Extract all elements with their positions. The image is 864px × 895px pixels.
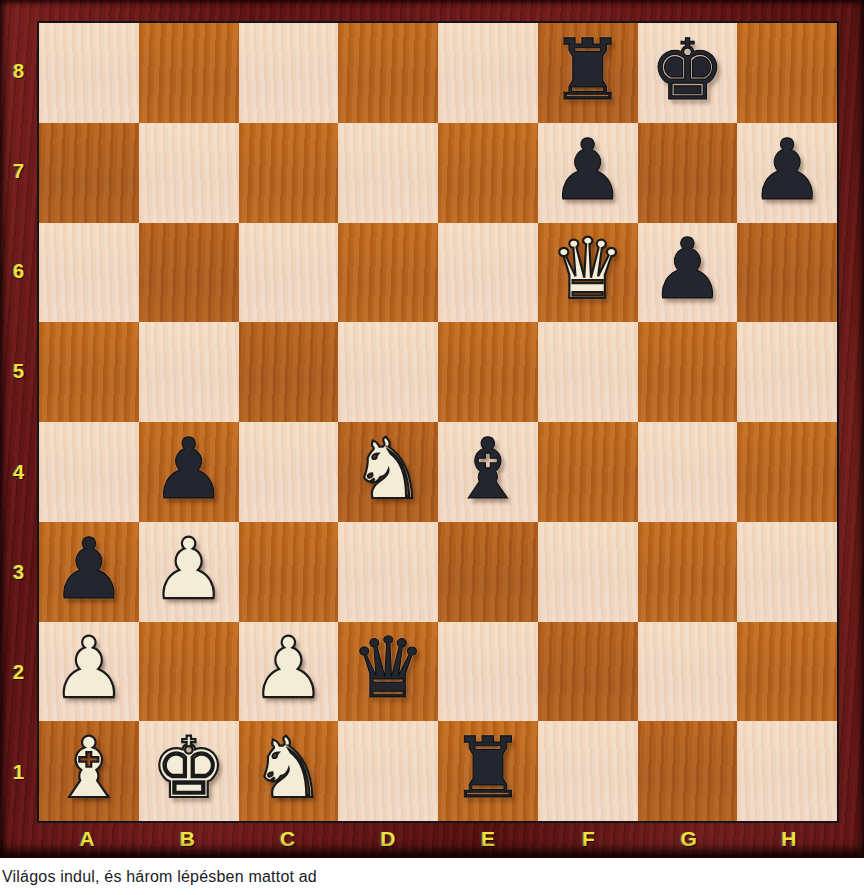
piece-black-rook-f8[interactable]: ♜ xyxy=(550,28,625,112)
rank-label-3: 3 xyxy=(0,522,37,622)
square-c6[interactable] xyxy=(239,223,339,323)
square-b3[interactable]: ♟ xyxy=(139,522,239,622)
square-g6[interactable]: ♟ xyxy=(638,223,738,323)
square-a8[interactable] xyxy=(39,23,139,123)
square-b5[interactable] xyxy=(139,322,239,422)
square-h6[interactable] xyxy=(737,223,837,323)
square-c5[interactable] xyxy=(239,322,339,422)
piece-white-bishop-a1[interactable]: ♝ xyxy=(51,726,126,810)
square-d8[interactable] xyxy=(338,23,438,123)
piece-white-pawn-c2[interactable]: ♟ xyxy=(251,626,326,710)
square-d3[interactable] xyxy=(338,522,438,622)
rank-label-7: 7 xyxy=(0,121,37,221)
file-label-a: A xyxy=(37,823,137,855)
square-h5[interactable] xyxy=(737,322,837,422)
file-label-h: H xyxy=(739,823,839,855)
piece-white-pawn-a2[interactable]: ♟ xyxy=(51,626,126,710)
file-label-e: E xyxy=(438,823,538,855)
square-f5[interactable] xyxy=(538,322,638,422)
square-d7[interactable] xyxy=(338,123,438,223)
piece-white-knight-d4[interactable]: ♞ xyxy=(350,427,425,511)
piece-white-queen-f6[interactable]: ♛ xyxy=(550,227,625,311)
square-a2[interactable]: ♟ xyxy=(39,622,139,722)
piece-white-knight-c1[interactable]: ♞ xyxy=(251,726,326,810)
square-f6[interactable]: ♛ xyxy=(538,223,638,323)
square-c2[interactable]: ♟ xyxy=(239,622,339,722)
piece-black-pawn-g6[interactable]: ♟ xyxy=(650,227,725,311)
square-h4[interactable] xyxy=(737,422,837,522)
chess-puzzle-page: 87654321 ♜♚♟♟♛♟♟♞♝♟♟♟♟♛♝♚♞♜ ABCDEFGH Vil… xyxy=(0,0,864,895)
square-e7[interactable] xyxy=(438,123,538,223)
square-h7[interactable]: ♟ xyxy=(737,123,837,223)
chess-board: ♜♚♟♟♛♟♟♞♝♟♟♟♟♛♝♚♞♜ xyxy=(37,21,839,823)
square-b4[interactable]: ♟ xyxy=(139,422,239,522)
rank-label-1: 1 xyxy=(0,723,37,823)
piece-black-bishop-e4[interactable]: ♝ xyxy=(450,427,525,511)
square-b6[interactable] xyxy=(139,223,239,323)
square-g8[interactable]: ♚ xyxy=(638,23,738,123)
file-label-b: B xyxy=(137,823,237,855)
square-f8[interactable]: ♜ xyxy=(538,23,638,123)
piece-black-pawn-h7[interactable]: ♟ xyxy=(749,128,824,212)
square-g7[interactable] xyxy=(638,123,738,223)
square-f2[interactable] xyxy=(538,622,638,722)
square-a5[interactable] xyxy=(39,322,139,422)
square-c1[interactable]: ♞ xyxy=(239,721,339,821)
square-a1[interactable]: ♝ xyxy=(39,721,139,821)
rank-labels: 87654321 xyxy=(0,21,37,823)
rank-label-5: 5 xyxy=(0,322,37,422)
square-e2[interactable] xyxy=(438,622,538,722)
square-g5[interactable] xyxy=(638,322,738,422)
file-label-c: C xyxy=(238,823,338,855)
square-d6[interactable] xyxy=(338,223,438,323)
square-h8[interactable] xyxy=(737,23,837,123)
square-f7[interactable]: ♟ xyxy=(538,123,638,223)
square-d5[interactable] xyxy=(338,322,438,422)
square-h1[interactable] xyxy=(737,721,837,821)
square-f3[interactable] xyxy=(538,522,638,622)
puzzle-caption: Világos indul, és három lépésben mattot … xyxy=(0,858,864,895)
rank-label-6: 6 xyxy=(0,222,37,322)
square-f4[interactable] xyxy=(538,422,638,522)
square-b1[interactable]: ♚ xyxy=(139,721,239,821)
square-c4[interactable] xyxy=(239,422,339,522)
rank-label-2: 2 xyxy=(0,623,37,723)
square-a7[interactable] xyxy=(39,123,139,223)
piece-black-pawn-f7[interactable]: ♟ xyxy=(550,128,625,212)
square-e1[interactable]: ♜ xyxy=(438,721,538,821)
square-c8[interactable] xyxy=(239,23,339,123)
square-g4[interactable] xyxy=(638,422,738,522)
piece-black-king-g8[interactable]: ♚ xyxy=(650,28,725,112)
square-c3[interactable] xyxy=(239,522,339,622)
square-g2[interactable] xyxy=(638,622,738,722)
piece-white-king-b1[interactable]: ♚ xyxy=(151,726,226,810)
square-c7[interactable] xyxy=(239,123,339,223)
square-g1[interactable] xyxy=(638,721,738,821)
square-f1[interactable] xyxy=(538,721,638,821)
board-frame: 87654321 ♜♚♟♟♛♟♟♞♝♟♟♟♟♛♝♚♞♜ ABCDEFGH xyxy=(0,0,864,858)
square-h2[interactable] xyxy=(737,622,837,722)
square-a4[interactable] xyxy=(39,422,139,522)
rank-label-8: 8 xyxy=(0,21,37,121)
square-e6[interactable] xyxy=(438,223,538,323)
square-e5[interactable] xyxy=(438,322,538,422)
square-e4[interactable]: ♝ xyxy=(438,422,538,522)
file-label-f: F xyxy=(538,823,638,855)
square-b8[interactable] xyxy=(139,23,239,123)
square-g3[interactable] xyxy=(638,522,738,622)
square-d2[interactable]: ♛ xyxy=(338,622,438,722)
piece-black-queen-d2[interactable]: ♛ xyxy=(350,626,425,710)
file-label-g: G xyxy=(639,823,739,855)
square-d4[interactable]: ♞ xyxy=(338,422,438,522)
piece-black-rook-e1[interactable]: ♜ xyxy=(450,726,525,810)
square-a6[interactable] xyxy=(39,223,139,323)
square-h3[interactable] xyxy=(737,522,837,622)
square-e3[interactable] xyxy=(438,522,538,622)
piece-black-pawn-a3[interactable]: ♟ xyxy=(51,527,126,611)
file-labels: ABCDEFGH xyxy=(37,823,839,855)
square-d1[interactable] xyxy=(338,721,438,821)
rank-label-4: 4 xyxy=(0,422,37,522)
square-a3[interactable]: ♟ xyxy=(39,522,139,622)
square-b2[interactable] xyxy=(139,622,239,722)
piece-white-pawn-b3[interactable]: ♟ xyxy=(151,527,226,611)
square-b7[interactable] xyxy=(139,123,239,223)
square-e8[interactable] xyxy=(438,23,538,123)
file-label-d: D xyxy=(338,823,438,855)
piece-black-pawn-b4[interactable]: ♟ xyxy=(151,427,226,511)
